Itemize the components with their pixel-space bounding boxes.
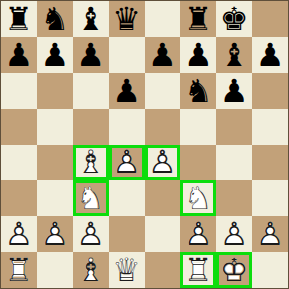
white-rook-outline: ♖ [180, 252, 216, 288]
square-e4[interactable]: ♟♙ [145, 145, 181, 181]
white-pawn: ♟♙ [216, 216, 252, 252]
square-c1[interactable]: ♝♗ [73, 252, 109, 288]
black-pawn: ♟ [1, 37, 37, 73]
square-a8[interactable]: ♜ [1, 1, 37, 37]
square-a1[interactable]: ♜♖ [1, 252, 37, 288]
black-queen-glyph: ♛ [109, 1, 145, 37]
white-knight-glyph: ♞ [180, 180, 216, 216]
white-bishop-outline: ♗ [73, 252, 109, 288]
white-king: ♚♔ [216, 252, 252, 288]
black-king-glyph: ♚ [216, 1, 252, 37]
square-h2[interactable]: ♟♙ [252, 216, 288, 252]
white-bishop: ♝♗ [73, 145, 109, 181]
white-pawn-outline: ♙ [109, 145, 145, 181]
square-d1[interactable]: ♛♕ [109, 252, 145, 288]
white-pawn-outline: ♙ [145, 145, 181, 181]
black-rook: ♜ [180, 1, 216, 37]
white-pawn: ♟♙ [1, 216, 37, 252]
square-d2[interactable] [109, 216, 145, 252]
square-f1[interactable]: ♜♖ [180, 252, 216, 288]
square-g7[interactable]: ♝ [216, 37, 252, 73]
white-pawn: ♟♙ [180, 216, 216, 252]
black-pawn: ♟ [37, 37, 73, 73]
square-h1[interactable] [252, 252, 288, 288]
black-pawn-glyph: ♟ [109, 73, 145, 109]
square-e2[interactable] [145, 216, 181, 252]
black-pawn: ♟ [252, 37, 288, 73]
square-d6[interactable]: ♟ [109, 73, 145, 109]
square-b2[interactable]: ♟♙ [37, 216, 73, 252]
black-knight: ♞ [180, 73, 216, 109]
white-pawn: ♟♙ [73, 216, 109, 252]
square-b6[interactable] [37, 73, 73, 109]
square-a2[interactable]: ♟♙ [1, 216, 37, 252]
white-pawn: ♟♙ [145, 145, 181, 181]
square-g3[interactable] [216, 180, 252, 216]
square-h3[interactable] [252, 180, 288, 216]
white-queen-glyph: ♛ [109, 252, 145, 288]
black-pawn-glyph: ♟ [216, 73, 252, 109]
square-b4[interactable] [37, 145, 73, 181]
white-bishop-outline: ♗ [73, 145, 109, 181]
square-e7[interactable]: ♟ [145, 37, 181, 73]
white-rook-glyph: ♜ [180, 252, 216, 288]
square-g2[interactable]: ♟♙ [216, 216, 252, 252]
square-c6[interactable] [73, 73, 109, 109]
square-a4[interactable] [1, 145, 37, 181]
white-queen: ♛♕ [109, 252, 145, 288]
square-f4[interactable] [180, 145, 216, 181]
white-pawn: ♟♙ [252, 216, 288, 252]
black-pawn: ♟ [73, 37, 109, 73]
white-rook-outline: ♖ [1, 252, 37, 288]
black-pawn: ♟ [145, 37, 181, 73]
black-pawn-glyph: ♟ [1, 37, 37, 73]
black-bishop-glyph: ♝ [216, 37, 252, 73]
square-h7[interactable]: ♟ [252, 37, 288, 73]
square-c2[interactable]: ♟♙ [73, 216, 109, 252]
white-pawn: ♟♙ [37, 216, 73, 252]
white-pawn: ♟♙ [109, 145, 145, 181]
white-pawn-outline: ♙ [180, 216, 216, 252]
white-pawn-glyph: ♟ [216, 216, 252, 252]
white-pawn-glyph: ♟ [109, 145, 145, 181]
square-a6[interactable] [1, 73, 37, 109]
white-pawn-outline: ♙ [73, 216, 109, 252]
black-pawn: ♟ [109, 73, 145, 109]
square-a3[interactable] [1, 180, 37, 216]
white-bishop: ♝♗ [73, 252, 109, 288]
black-pawn-glyph: ♟ [73, 37, 109, 73]
white-rook: ♜♖ [1, 252, 37, 288]
white-knight: ♞♘ [180, 180, 216, 216]
white-knight-outline: ♘ [180, 180, 216, 216]
black-knight-glyph: ♞ [180, 73, 216, 109]
white-rook-glyph: ♜ [1, 252, 37, 288]
white-pawn-outline: ♙ [216, 216, 252, 252]
white-bishop-glyph: ♝ [73, 145, 109, 181]
square-d8[interactable]: ♛ [109, 1, 145, 37]
square-h4[interactable] [252, 145, 288, 181]
black-bishop: ♝ [216, 37, 252, 73]
white-knight-glyph: ♞ [73, 180, 109, 216]
white-rook: ♜♖ [180, 252, 216, 288]
square-g1[interactable]: ♚♔ [216, 252, 252, 288]
square-d3[interactable] [109, 180, 145, 216]
square-h5[interactable] [252, 109, 288, 145]
white-pawn-glyph: ♟ [180, 216, 216, 252]
square-c4[interactable]: ♝♗ [73, 145, 109, 181]
black-bishop-glyph: ♝ [73, 1, 109, 37]
black-pawn-glyph: ♟ [145, 37, 181, 73]
square-b8[interactable]: ♞ [37, 1, 73, 37]
square-b5[interactable] [37, 109, 73, 145]
square-c8[interactable]: ♝ [73, 1, 109, 37]
square-a7[interactable]: ♟ [1, 37, 37, 73]
square-c7[interactable]: ♟ [73, 37, 109, 73]
square-f8[interactable]: ♜ [180, 1, 216, 37]
black-pawn: ♟ [180, 37, 216, 73]
chess-board-container: ♜♞♝♛♜♚♟♟♟♟♟♝♟♟♞♟♝♗♟♙♟♙♞♘♞♘♟♙♟♙♟♙♟♙♟♙♟♙♜♖… [0, 0, 289, 289]
black-pawn-glyph: ♟ [252, 37, 288, 73]
square-a5[interactable] [1, 109, 37, 145]
square-e5[interactable] [145, 109, 181, 145]
square-b1[interactable] [37, 252, 73, 288]
square-d7[interactable] [109, 37, 145, 73]
black-king: ♚ [216, 1, 252, 37]
square-b3[interactable] [37, 180, 73, 216]
white-pawn-outline: ♙ [1, 216, 37, 252]
square-f2[interactable]: ♟♙ [180, 216, 216, 252]
square-e8[interactable] [145, 1, 181, 37]
square-g4[interactable] [216, 145, 252, 181]
square-e3[interactable] [145, 180, 181, 216]
black-rook-glyph: ♜ [1, 1, 37, 37]
square-h6[interactable] [252, 73, 288, 109]
square-f7[interactable]: ♟ [180, 37, 216, 73]
square-d4[interactable]: ♟♙ [109, 145, 145, 181]
square-g5[interactable] [216, 109, 252, 145]
black-rook-glyph: ♜ [180, 1, 216, 37]
white-pawn-glyph: ♟ [252, 216, 288, 252]
square-c5[interactable] [73, 109, 109, 145]
black-pawn: ♟ [216, 73, 252, 109]
black-bishop: ♝ [73, 1, 109, 37]
square-g6[interactable]: ♟ [216, 73, 252, 109]
white-king-glyph: ♚ [216, 252, 252, 288]
white-knight: ♞♘ [73, 180, 109, 216]
black-queen: ♛ [109, 1, 145, 37]
white-pawn-outline: ♙ [252, 216, 288, 252]
white-pawn-glyph: ♟ [1, 216, 37, 252]
white-queen-outline: ♕ [109, 252, 145, 288]
chess-board: ♜♞♝♛♜♚♟♟♟♟♟♝♟♟♞♟♝♗♟♙♟♙♞♘♞♘♟♙♟♙♟♙♟♙♟♙♟♙♜♖… [0, 0, 289, 289]
square-b7[interactable]: ♟ [37, 37, 73, 73]
square-g8[interactable]: ♚ [216, 1, 252, 37]
black-rook: ♜ [1, 1, 37, 37]
square-f5[interactable] [180, 109, 216, 145]
square-f3[interactable]: ♞♘ [180, 180, 216, 216]
square-h8[interactable] [252, 1, 288, 37]
white-pawn-glyph: ♟ [37, 216, 73, 252]
black-pawn-glyph: ♟ [37, 37, 73, 73]
black-knight: ♞ [37, 1, 73, 37]
square-c3[interactable]: ♞♘ [73, 180, 109, 216]
square-e6[interactable] [145, 73, 181, 109]
square-e1[interactable] [145, 252, 181, 288]
black-knight-glyph: ♞ [37, 1, 73, 37]
square-d5[interactable] [109, 109, 145, 145]
white-bishop-glyph: ♝ [73, 252, 109, 288]
black-pawn-glyph: ♟ [180, 37, 216, 73]
square-f6[interactable]: ♞ [180, 73, 216, 109]
white-pawn-outline: ♙ [37, 216, 73, 252]
white-king-outline: ♔ [216, 252, 252, 288]
white-pawn-glyph: ♟ [73, 216, 109, 252]
white-knight-outline: ♘ [73, 180, 109, 216]
white-pawn-glyph: ♟ [145, 145, 181, 181]
